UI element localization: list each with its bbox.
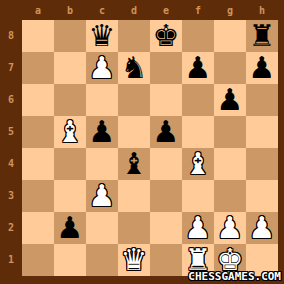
square-b1[interactable] xyxy=(54,244,86,276)
piece-black-pawn-h7[interactable]: ♟ xyxy=(249,52,276,84)
square-f3[interactable] xyxy=(182,180,214,212)
piece-white-bishop-f4[interactable]: ♝ xyxy=(185,148,212,180)
square-h6[interactable] xyxy=(246,84,278,116)
piece-black-pawn-f7[interactable]: ♟ xyxy=(185,52,212,84)
square-c2[interactable] xyxy=(86,212,118,244)
square-c1[interactable] xyxy=(86,244,118,276)
square-c8[interactable]: ♛ xyxy=(86,20,118,52)
rank-label-4: 4 xyxy=(0,148,22,180)
square-e7[interactable] xyxy=(150,52,182,84)
file-label-b: b xyxy=(54,0,86,20)
piece-black-rook-h8[interactable]: ♜ xyxy=(249,20,276,52)
square-h8[interactable]: ♜ xyxy=(246,20,278,52)
square-f2[interactable]: ♟ xyxy=(182,212,214,244)
piece-white-pawn-h2[interactable]: ♟ xyxy=(249,212,276,244)
piece-black-pawn-g6[interactable]: ♟ xyxy=(217,84,244,116)
square-f5[interactable] xyxy=(182,116,214,148)
square-e1[interactable] xyxy=(150,244,182,276)
file-labels: abcdefgh xyxy=(22,0,278,20)
square-a7[interactable] xyxy=(22,52,54,84)
square-a4[interactable] xyxy=(22,148,54,180)
square-e4[interactable] xyxy=(150,148,182,180)
square-e3[interactable] xyxy=(150,180,182,212)
square-c7[interactable]: ♟ xyxy=(86,52,118,84)
file-label-d: d xyxy=(118,0,150,20)
square-d1[interactable]: ♛ xyxy=(118,244,150,276)
chessgames-logo: CHESSGAMES.COM xyxy=(188,270,281,283)
square-b7[interactable] xyxy=(54,52,86,84)
square-h5[interactable] xyxy=(246,116,278,148)
square-a1[interactable] xyxy=(22,244,54,276)
square-g3[interactable] xyxy=(214,180,246,212)
square-g4[interactable] xyxy=(214,148,246,180)
square-h7[interactable]: ♟ xyxy=(246,52,278,84)
rank-label-2: 2 xyxy=(0,212,22,244)
square-d8[interactable] xyxy=(118,20,150,52)
square-b4[interactable] xyxy=(54,148,86,180)
square-d6[interactable] xyxy=(118,84,150,116)
square-c4[interactable] xyxy=(86,148,118,180)
file-label-a: a xyxy=(22,0,54,20)
square-a6[interactable] xyxy=(22,84,54,116)
square-c6[interactable] xyxy=(86,84,118,116)
square-d7[interactable]: ♞ xyxy=(118,52,150,84)
square-c5[interactable]: ♟ xyxy=(86,116,118,148)
piece-black-queen-c8[interactable]: ♛ xyxy=(89,20,116,52)
square-b6[interactable] xyxy=(54,84,86,116)
square-e6[interactable] xyxy=(150,84,182,116)
square-b8[interactable] xyxy=(54,20,86,52)
square-g5[interactable] xyxy=(214,116,246,148)
square-d4[interactable]: ♝ xyxy=(118,148,150,180)
square-a2[interactable] xyxy=(22,212,54,244)
rank-label-6: 6 xyxy=(0,84,22,116)
chess-board: ♛♚♜♟♞♟♟♟♝♟♟♝♝♟♟♟♟♟♛♜♚ xyxy=(22,20,278,276)
piece-black-bishop-d4[interactable]: ♝ xyxy=(121,148,148,180)
square-h2[interactable]: ♟ xyxy=(246,212,278,244)
rank-label-5: 5 xyxy=(0,116,22,148)
square-c3[interactable]: ♟ xyxy=(86,180,118,212)
piece-black-king-e8[interactable]: ♚ xyxy=(153,20,180,52)
square-g8[interactable] xyxy=(214,20,246,52)
piece-white-queen-d1[interactable]: ♛ xyxy=(121,244,148,276)
piece-white-bishop-b5[interactable]: ♝ xyxy=(57,116,84,148)
piece-black-pawn-e5[interactable]: ♟ xyxy=(153,116,180,148)
rank-label-8: 8 xyxy=(0,20,22,52)
file-label-f: f xyxy=(182,0,214,20)
square-a8[interactable] xyxy=(22,20,54,52)
square-f6[interactable] xyxy=(182,84,214,116)
square-b2[interactable]: ♟ xyxy=(54,212,86,244)
piece-black-pawn-b2[interactable]: ♟ xyxy=(57,212,84,244)
square-h4[interactable] xyxy=(246,148,278,180)
square-d3[interactable] xyxy=(118,180,150,212)
chess-board-frame: abcdefgh 87654321 ♛♚♜♟♞♟♟♟♝♟♟♝♝♟♟♟♟♟♛♜♚ … xyxy=(0,0,284,284)
square-g2[interactable]: ♟ xyxy=(214,212,246,244)
file-label-h: h xyxy=(246,0,278,20)
square-g6[interactable]: ♟ xyxy=(214,84,246,116)
rank-label-1: 1 xyxy=(0,244,22,276)
square-e5[interactable]: ♟ xyxy=(150,116,182,148)
piece-black-knight-d7[interactable]: ♞ xyxy=(121,52,148,84)
piece-white-pawn-c3[interactable]: ♟ xyxy=(89,180,116,212)
rank-label-7: 7 xyxy=(0,52,22,84)
square-e8[interactable]: ♚ xyxy=(150,20,182,52)
square-f8[interactable] xyxy=(182,20,214,52)
square-a3[interactable] xyxy=(22,180,54,212)
square-h3[interactable] xyxy=(246,180,278,212)
rank-label-3: 3 xyxy=(0,180,22,212)
file-label-g: g xyxy=(214,0,246,20)
file-label-e: e xyxy=(150,0,182,20)
piece-white-pawn-g2[interactable]: ♟ xyxy=(217,212,244,244)
square-e2[interactable] xyxy=(150,212,182,244)
square-d5[interactable] xyxy=(118,116,150,148)
square-g7[interactable] xyxy=(214,52,246,84)
piece-black-pawn-c5[interactable]: ♟ xyxy=(89,116,116,148)
square-b5[interactable]: ♝ xyxy=(54,116,86,148)
square-b3[interactable] xyxy=(54,180,86,212)
square-d2[interactable] xyxy=(118,212,150,244)
rank-labels: 87654321 xyxy=(0,20,22,276)
square-f7[interactable]: ♟ xyxy=(182,52,214,84)
piece-white-pawn-f2[interactable]: ♟ xyxy=(185,212,212,244)
piece-white-pawn-c7[interactable]: ♟ xyxy=(89,52,116,84)
file-label-c: c xyxy=(86,0,118,20)
square-a5[interactable] xyxy=(22,116,54,148)
square-f4[interactable]: ♝ xyxy=(182,148,214,180)
